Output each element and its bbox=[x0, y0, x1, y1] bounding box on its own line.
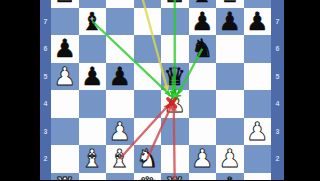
piece-white-rook-e1[interactable]: ♜ bbox=[161, 173, 189, 181]
square-c4[interactable] bbox=[106, 90, 134, 118]
square-a4[interactable] bbox=[51, 90, 79, 118]
square-h2[interactable] bbox=[244, 145, 272, 173]
square-f3[interactable] bbox=[189, 118, 217, 146]
rank-label-7-right: 7 bbox=[271, 8, 284, 36]
piece-black-pawn-h7[interactable]: ♟ bbox=[244, 8, 272, 36]
letterbox-right bbox=[284, 0, 320, 180]
square-c6[interactable] bbox=[106, 35, 134, 63]
chess-board: 765432765432♜♜♝♚♝♟♟♟♟♞♟♟♟♛♟♟♟♝♝♞♟♟♜♛♜♚ bbox=[40, 0, 284, 180]
piece-white-knight-d2[interactable]: ♞ bbox=[134, 145, 162, 173]
rank-label-2-left: 2 bbox=[40, 145, 51, 173]
piece-white-pawn-e4[interactable]: ♟ bbox=[161, 90, 189, 118]
square-d7[interactable] bbox=[134, 8, 162, 36]
square-c8[interactable] bbox=[106, 0, 134, 8]
piece-white-queen-d1[interactable]: ♛ bbox=[134, 173, 162, 181]
piece-white-rook-a1[interactable]: ♜ bbox=[51, 173, 79, 181]
square-b3[interactable] bbox=[79, 118, 107, 146]
piece-black-bishop-b7[interactable]: ♝ bbox=[79, 8, 107, 36]
square-h4[interactable] bbox=[244, 90, 272, 118]
square-c1[interactable] bbox=[106, 173, 134, 181]
square-h5[interactable] bbox=[244, 63, 272, 91]
piece-black-rook-e8[interactable]: ♜ bbox=[161, 0, 189, 8]
letterbox-left bbox=[0, 0, 40, 180]
board-viewport: 765432765432♜♜♝♚♝♟♟♟♟♞♟♟♟♛♟♟♟♝♝♞♟♟♜♛♜♚ bbox=[40, 0, 284, 180]
square-h6[interactable] bbox=[244, 35, 272, 63]
rank-label-3-left: 3 bbox=[40, 118, 51, 146]
piece-white-pawn-c3[interactable]: ♟ bbox=[106, 118, 134, 146]
square-f5[interactable] bbox=[189, 63, 217, 91]
square-e2[interactable] bbox=[161, 145, 189, 173]
piece-white-pawn-g2[interactable]: ♟ bbox=[216, 145, 244, 173]
piece-black-pawn-a6[interactable]: ♟ bbox=[51, 35, 79, 63]
rank-label-5-left: 5 bbox=[40, 63, 51, 91]
square-g6[interactable] bbox=[216, 35, 244, 63]
piece-black-pawn-c5[interactable]: ♟ bbox=[106, 63, 134, 91]
piece-white-king-g1[interactable]: ♚ bbox=[216, 173, 244, 181]
square-g4[interactable] bbox=[216, 90, 244, 118]
square-f4[interactable] bbox=[189, 90, 217, 118]
square-d4[interactable] bbox=[134, 90, 162, 118]
square-a3[interactable] bbox=[51, 118, 79, 146]
video-frame: 765432765432♜♜♝♚♝♟♟♟♟♞♟♟♟♛♟♟♟♝♝♞♟♟♜♛♜♚ bbox=[0, 0, 320, 180]
rank-label-7-left: 7 bbox=[40, 8, 51, 36]
square-a2[interactable] bbox=[51, 145, 79, 173]
rank-label-6-left: 6 bbox=[40, 35, 51, 63]
square-d8[interactable] bbox=[134, 0, 162, 8]
square-c7[interactable] bbox=[106, 8, 134, 36]
piece-black-rook-a8[interactable]: ♜ bbox=[51, 0, 79, 8]
rank-label-2-right: 2 bbox=[271, 145, 284, 173]
piece-white-pawn-f2[interactable]: ♟ bbox=[189, 145, 217, 173]
rank-label-4-left: 4 bbox=[40, 90, 51, 118]
square-f1[interactable] bbox=[189, 173, 217, 181]
rank-label-4-right: 4 bbox=[271, 90, 284, 118]
square-e6[interactable] bbox=[161, 35, 189, 63]
piece-white-bishop-c2[interactable]: ♝ bbox=[106, 145, 134, 173]
square-d6[interactable] bbox=[134, 35, 162, 63]
square-g5[interactable] bbox=[216, 63, 244, 91]
piece-white-bishop-b2[interactable]: ♝ bbox=[79, 145, 107, 173]
piece-black-pawn-b5[interactable]: ♟ bbox=[79, 63, 107, 91]
square-h1[interactable] bbox=[244, 173, 272, 181]
square-e3[interactable] bbox=[161, 118, 189, 146]
piece-white-pawn-h3[interactable]: ♟ bbox=[244, 118, 272, 146]
square-g3[interactable] bbox=[216, 118, 244, 146]
square-a7[interactable] bbox=[51, 8, 79, 36]
rank-label-6-right: 6 bbox=[271, 35, 284, 63]
piece-black-pawn-f7[interactable]: ♟ bbox=[189, 8, 217, 36]
rank-label-3-right: 3 bbox=[271, 118, 284, 146]
rank-label-5-right: 5 bbox=[271, 63, 284, 91]
square-e7[interactable] bbox=[161, 8, 189, 36]
piece-black-pawn-g7[interactable]: ♟ bbox=[216, 8, 244, 36]
square-b6[interactable] bbox=[79, 35, 107, 63]
piece-black-knight-f6[interactable]: ♞ bbox=[189, 35, 217, 63]
piece-black-queen-e5[interactable]: ♛ bbox=[161, 63, 189, 91]
square-b4[interactable] bbox=[79, 90, 107, 118]
square-d5[interactable] bbox=[134, 63, 162, 91]
piece-white-pawn-a5[interactable]: ♟ bbox=[51, 63, 79, 91]
square-d3[interactable] bbox=[134, 118, 162, 146]
square-b1[interactable] bbox=[79, 173, 107, 181]
